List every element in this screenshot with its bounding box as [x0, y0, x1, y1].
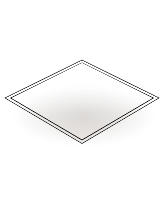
product-photo-canvas: [0, 0, 164, 200]
